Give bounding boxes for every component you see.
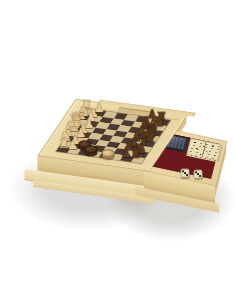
product-photo-stage: ♜♞♝♛♚♝♞♜♟♟♟♟♟♟♟♟♟♟♟♟♟♟♟♟♜♞♝♛♚♝♞♜ (0, 0, 234, 300)
board-square (131, 156, 145, 163)
